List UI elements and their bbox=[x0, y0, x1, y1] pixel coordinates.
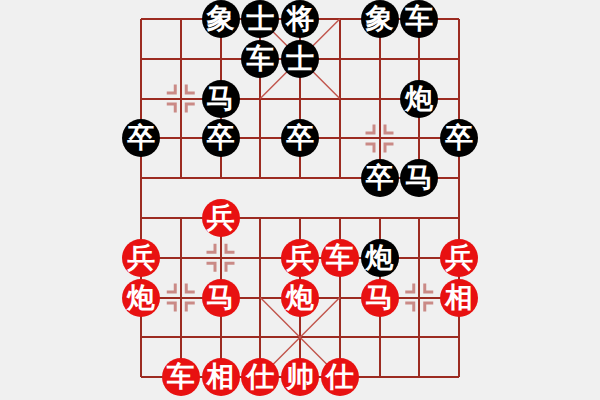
piece-red-elephant[interactable]: 相 bbox=[202, 358, 240, 396]
piece-red-horse[interactable]: 马 bbox=[361, 279, 399, 317]
xiangqi-diagram: 象士将象车车士马炮卒卒卒卒卒马兵兵兵车炮兵炮马炮马相车相仕帅仕 bbox=[0, 0, 600, 400]
piece-red-chariot[interactable]: 车 bbox=[162, 358, 200, 396]
piece-black-general[interactable]: 将 bbox=[281, 0, 319, 38]
piece-red-elephant[interactable]: 相 bbox=[440, 279, 478, 317]
piece-red-soldier[interactable]: 兵 bbox=[440, 239, 478, 277]
piece-red-horse[interactable]: 马 bbox=[202, 279, 240, 317]
piece-red-general[interactable]: 帅 bbox=[281, 358, 319, 396]
piece-black-horse[interactable]: 马 bbox=[202, 80, 240, 118]
piece-red-cannon[interactable]: 炮 bbox=[122, 279, 160, 317]
piece-black-soldier[interactable]: 卒 bbox=[281, 119, 319, 157]
piece-black-advisor[interactable]: 士 bbox=[281, 40, 319, 78]
piece-black-horse[interactable]: 马 bbox=[400, 159, 438, 197]
piece-black-elephant[interactable]: 象 bbox=[361, 0, 399, 38]
piece-red-cannon[interactable]: 炮 bbox=[281, 279, 319, 317]
pieces-layer: 象士将象车车士马炮卒卒卒卒卒马兵兵兵车炮兵炮马炮马相车相仕帅仕 bbox=[0, 0, 600, 400]
piece-red-advisor[interactable]: 仕 bbox=[321, 358, 359, 396]
piece-black-soldier[interactable]: 卒 bbox=[202, 119, 240, 157]
piece-black-advisor[interactable]: 士 bbox=[241, 0, 279, 38]
piece-red-chariot[interactable]: 车 bbox=[321, 239, 359, 277]
piece-black-soldier[interactable]: 卒 bbox=[122, 119, 160, 157]
piece-black-soldier[interactable]: 卒 bbox=[361, 159, 399, 197]
piece-black-soldier[interactable]: 卒 bbox=[440, 119, 478, 157]
piece-red-soldier[interactable]: 兵 bbox=[281, 239, 319, 277]
piece-red-soldier[interactable]: 兵 bbox=[122, 239, 160, 277]
piece-black-cannon[interactable]: 炮 bbox=[400, 80, 438, 118]
piece-black-chariot[interactable]: 车 bbox=[400, 0, 438, 38]
piece-red-advisor[interactable]: 仕 bbox=[241, 358, 279, 396]
piece-black-elephant[interactable]: 象 bbox=[202, 0, 240, 38]
piece-black-chariot[interactable]: 车 bbox=[241, 40, 279, 78]
piece-black-cannon[interactable]: 炮 bbox=[361, 239, 399, 277]
piece-red-soldier[interactable]: 兵 bbox=[202, 199, 240, 237]
